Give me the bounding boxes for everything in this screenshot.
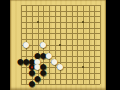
white-stone: ● (40, 42, 46, 48)
black-stone: ● (35, 76, 41, 82)
go-board[interactable]: ●●●●●●●●●●●●●●●●●● (10, 0, 106, 90)
grid-line-vertical (100, 5, 101, 84)
star-point (37, 21, 39, 23)
black-stone: ● (40, 70, 46, 76)
star-point (82, 66, 84, 68)
star-point (59, 44, 61, 46)
last-move-marker-icon (31, 66, 33, 69)
black-stone: ● (29, 81, 35, 87)
screenshot-stage: ●●●●●●●●●●●●●●●●●● (0, 0, 120, 90)
white-stone: ● (23, 42, 29, 48)
grid-line-vertical (94, 5, 95, 84)
white-stone: ● (57, 64, 63, 70)
star-point (82, 21, 84, 23)
